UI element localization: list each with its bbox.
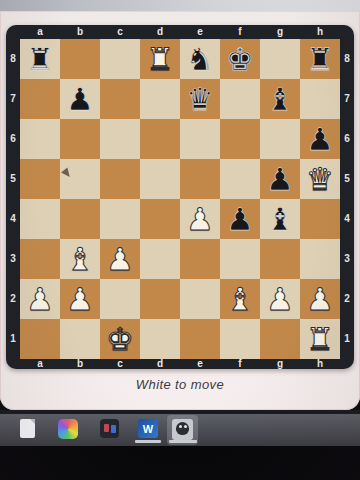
frame-corner (340, 359, 354, 369)
black-rook: ♜ (26, 39, 54, 79)
square-h3[interactable] (300, 239, 340, 279)
square-e3[interactable] (180, 239, 220, 279)
square-h2[interactable]: ♟ (300, 279, 340, 319)
square-f4[interactable]: ♟ (220, 199, 260, 239)
square-c4[interactable] (100, 199, 140, 239)
white-pawn: ♟ (186, 199, 214, 239)
square-e7[interactable]: ♛ (180, 79, 220, 119)
file-label-g: g (260, 359, 300, 369)
square-g7[interactable]: ♝ (260, 79, 300, 119)
rank-label-5: 5 (6, 159, 20, 199)
file-label-b: b (60, 25, 100, 39)
square-e8[interactable]: ♞ (180, 39, 220, 79)
file-label-a: a (20, 25, 60, 39)
screen-photo: abcdefgh8♜♜♞♚♜87♟♛♝76♟65♟♛54♟♟♝43♝♟32♟♟♝… (0, 0, 360, 480)
square-a3[interactable] (20, 239, 60, 279)
square-a8[interactable]: ♜ (20, 39, 60, 79)
frame-corner (6, 25, 20, 39)
rank-label-6: 6 (340, 119, 354, 159)
square-c8[interactable] (100, 39, 140, 79)
square-d1[interactable] (140, 319, 180, 359)
black-pawn: ♟ (66, 79, 94, 119)
white-pawn: ♟ (106, 239, 134, 279)
file-label-g: g (260, 25, 300, 39)
turn-indicator: White to move (0, 377, 360, 392)
rank-label-1: 1 (6, 319, 20, 359)
square-b1[interactable] (60, 319, 100, 359)
square-g2[interactable]: ♟ (260, 279, 300, 319)
file-label-d: d (140, 25, 180, 39)
black-bishop: ♝ (266, 199, 294, 239)
black-king: ♚ (226, 39, 254, 79)
black-bishop: ♝ (266, 79, 294, 119)
square-c2[interactable] (100, 279, 140, 319)
document-icon (20, 419, 35, 438)
file-label-e: e (180, 25, 220, 39)
square-f3[interactable] (220, 239, 260, 279)
square-d7[interactable] (140, 79, 180, 119)
rank-label-3: 3 (6, 239, 20, 279)
open-app-indicator (169, 440, 197, 443)
file-label-f: f (220, 25, 260, 39)
square-h6[interactable]: ♟ (300, 119, 340, 159)
square-b2[interactable]: ♟ (60, 279, 100, 319)
square-d3[interactable] (140, 239, 180, 279)
file-label-b: b (60, 359, 100, 369)
photos-icon[interactable] (58, 419, 78, 439)
square-f6[interactable] (220, 119, 260, 159)
black-pawn: ♟ (266, 159, 294, 199)
square-b8[interactable] (60, 39, 100, 79)
rank-label-7: 7 (6, 79, 20, 119)
square-h4[interactable] (300, 199, 340, 239)
square-d8[interactable]: ♜ (140, 39, 180, 79)
square-c7[interactable] (100, 79, 140, 119)
photos-rainbow-icon (58, 419, 78, 439)
square-b4[interactable] (60, 199, 100, 239)
square-g8[interactable] (260, 39, 300, 79)
taskbar: W (0, 414, 360, 446)
white-pawn: ♟ (266, 279, 294, 319)
square-e2[interactable] (180, 279, 220, 319)
square-d5[interactable] (140, 159, 180, 199)
rank-label-2: 2 (340, 279, 354, 319)
word-taskbar-button[interactable]: W (138, 419, 158, 438)
square-b6[interactable] (60, 119, 100, 159)
square-f2[interactable]: ♝ (220, 279, 260, 319)
rank-label-6: 6 (6, 119, 20, 159)
rank-label-4: 4 (340, 199, 354, 239)
file-label-h: h (300, 25, 340, 39)
square-f7[interactable] (220, 79, 260, 119)
black-queen: ♛ (186, 79, 214, 119)
file-label-f: f (220, 359, 260, 369)
rank-label-1: 1 (340, 319, 354, 359)
word-icon: W (138, 419, 158, 438)
white-pawn: ♟ (26, 279, 54, 319)
square-a6[interactable] (20, 119, 60, 159)
rank-label-7: 7 (340, 79, 354, 119)
square-e5[interactable] (180, 159, 220, 199)
document-file-icon[interactable] (20, 419, 35, 438)
square-d2[interactable] (140, 279, 180, 319)
black-pawn: ♟ (226, 199, 254, 239)
square-e1[interactable] (180, 319, 220, 359)
collage-icon (100, 419, 119, 438)
square-h7[interactable] (300, 79, 340, 119)
black-pawn: ♟ (306, 119, 334, 159)
file-label-a: a (20, 359, 60, 369)
file-label-c: c (100, 25, 140, 39)
square-a1[interactable] (20, 319, 60, 359)
black-rook: ♜ (306, 39, 334, 79)
square-f8[interactable]: ♚ (220, 39, 260, 79)
screen-bottom-black (0, 446, 360, 480)
square-b3[interactable]: ♝ (60, 239, 100, 279)
white-bishop: ♝ (226, 279, 254, 319)
rank-label-2: 2 (6, 279, 20, 319)
white-queen: ♛ (306, 159, 334, 199)
rank-label-4: 4 (6, 199, 20, 239)
white-pawn: ♟ (306, 279, 334, 319)
file-label-d: d (140, 359, 180, 369)
square-h1[interactable]: ♜ (300, 319, 340, 359)
file-label-c: c (100, 359, 140, 369)
square-f5[interactable] (220, 159, 260, 199)
square-g3[interactable] (260, 239, 300, 279)
media-collage-app-icon[interactable] (100, 419, 119, 438)
square-c6[interactable] (100, 119, 140, 159)
square-a5[interactable] (20, 159, 60, 199)
frame-corner (340, 25, 354, 39)
chess-board: abcdefgh8♜♜♞♚♜87♟♛♝76♟65♟♛54♟♟♝43♝♟32♟♟♝… (6, 25, 354, 369)
square-e4[interactable]: ♟ (180, 199, 220, 239)
white-bishop: ♝ (66, 239, 94, 279)
square-e6[interactable] (180, 119, 220, 159)
white-pawn: ♟ (66, 279, 94, 319)
square-b7[interactable]: ♟ (60, 79, 100, 119)
black-knight: ♞ (186, 39, 214, 79)
rank-label-8: 8 (340, 39, 354, 79)
square-c1[interactable]: ♚ (100, 319, 140, 359)
square-g1[interactable] (260, 319, 300, 359)
file-label-h: h (300, 359, 340, 369)
open-app-indicator (135, 440, 161, 443)
white-rook: ♜ (146, 39, 174, 79)
white-king: ♚ (106, 319, 134, 359)
chess-app-window: abcdefgh8♜♜♞♚♜87♟♛♝76♟65♟♛54♟♟♝43♝♟32♟♟♝… (0, 11, 360, 410)
square-h5[interactable]: ♛ (300, 159, 340, 199)
square-a2[interactable]: ♟ (20, 279, 60, 319)
square-c3[interactable]: ♟ (100, 239, 140, 279)
square-a7[interactable] (20, 79, 60, 119)
rank-label-8: 8 (6, 39, 20, 79)
square-a4[interactable] (20, 199, 60, 239)
square-g6[interactable] (260, 119, 300, 159)
square-g5[interactable]: ♟ (260, 159, 300, 199)
image-editor-taskbar-button[interactable] (172, 419, 193, 440)
white-rook: ♜ (306, 319, 334, 359)
file-label-e: e (180, 359, 220, 369)
frame-corner (6, 359, 20, 369)
square-h8[interactable]: ♜ (300, 39, 340, 79)
rank-label-3: 3 (340, 239, 354, 279)
rank-label-5: 5 (340, 159, 354, 199)
image-editor-icon (172, 419, 193, 440)
square-f1[interactable] (220, 319, 260, 359)
square-c5[interactable] (100, 159, 140, 199)
square-d6[interactable] (140, 119, 180, 159)
square-d4[interactable] (140, 199, 180, 239)
square-g4[interactable]: ♝ (260, 199, 300, 239)
